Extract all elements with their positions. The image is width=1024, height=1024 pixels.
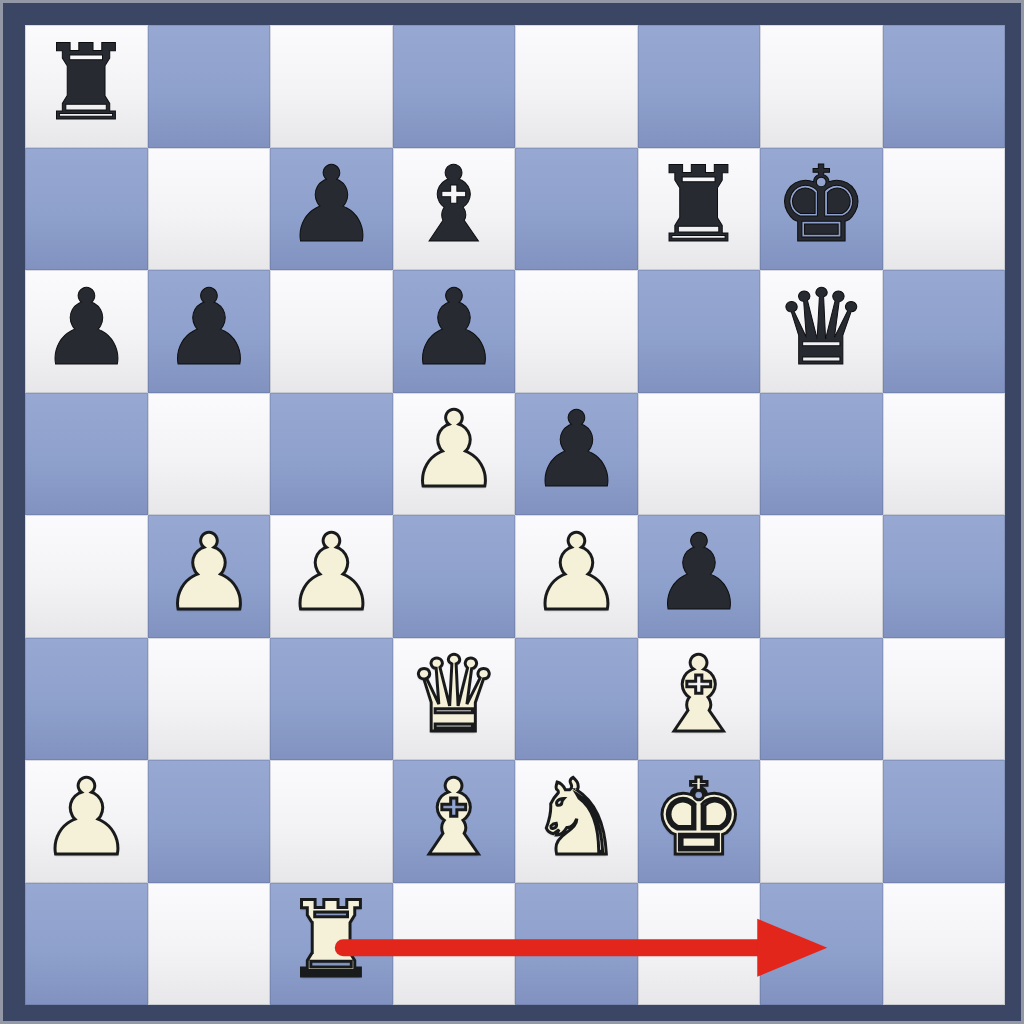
square-g2[interactable] xyxy=(760,760,883,883)
square-a4[interactable] xyxy=(25,515,148,638)
square-c1[interactable]: ♜ xyxy=(270,883,393,1006)
square-a1[interactable] xyxy=(25,883,148,1006)
square-c4[interactable]: ♟ xyxy=(270,515,393,638)
square-g4[interactable] xyxy=(760,515,883,638)
square-c2[interactable] xyxy=(270,760,393,883)
white-pawn-e4[interactable]: ♟ xyxy=(529,521,623,626)
square-b2[interactable] xyxy=(148,760,271,883)
black-queen-g6[interactable]: ♛ xyxy=(774,276,868,381)
black-pawn-c7[interactable]: ♟ xyxy=(284,153,378,258)
square-c5[interactable] xyxy=(270,393,393,516)
square-h6[interactable] xyxy=(883,270,1006,393)
square-f3[interactable]: ♝ xyxy=(638,638,761,761)
square-g5[interactable] xyxy=(760,393,883,516)
square-b7[interactable] xyxy=(148,148,271,271)
square-f2[interactable]: ♚ xyxy=(638,760,761,883)
square-f8[interactable] xyxy=(638,25,761,148)
white-pawn-b4[interactable]: ♟ xyxy=(162,521,256,626)
square-h8[interactable] xyxy=(883,25,1006,148)
black-rook-a8[interactable]: ♜ xyxy=(39,31,133,136)
square-h4[interactable] xyxy=(883,515,1006,638)
white-pawn-a2[interactable]: ♟ xyxy=(39,766,133,871)
black-pawn-d6[interactable]: ♟ xyxy=(407,276,501,381)
board-frame: ♜♟♝♜♚♟♟♟♛♟♟♟♟♟♟♛♝♟♝♞♚♜ xyxy=(0,0,1024,1024)
square-f7[interactable]: ♜ xyxy=(638,148,761,271)
square-b3[interactable] xyxy=(148,638,271,761)
square-a8[interactable]: ♜ xyxy=(25,25,148,148)
square-d1[interactable] xyxy=(393,883,516,1006)
square-f5[interactable] xyxy=(638,393,761,516)
square-g6[interactable]: ♛ xyxy=(760,270,883,393)
square-g7[interactable]: ♚ xyxy=(760,148,883,271)
black-king-g7[interactable]: ♚ xyxy=(774,153,868,258)
square-b5[interactable] xyxy=(148,393,271,516)
square-h7[interactable] xyxy=(883,148,1006,271)
square-d4[interactable] xyxy=(393,515,516,638)
white-knight-e2[interactable]: ♞ xyxy=(529,766,623,871)
square-e4[interactable]: ♟ xyxy=(515,515,638,638)
square-a3[interactable] xyxy=(25,638,148,761)
square-e3[interactable] xyxy=(515,638,638,761)
square-d3[interactable]: ♛ xyxy=(393,638,516,761)
white-queen-d3[interactable]: ♛ xyxy=(407,643,501,748)
square-f6[interactable] xyxy=(638,270,761,393)
black-rook-f7[interactable]: ♜ xyxy=(652,153,746,258)
square-b4[interactable]: ♟ xyxy=(148,515,271,638)
square-c8[interactable] xyxy=(270,25,393,148)
square-e5[interactable]: ♟ xyxy=(515,393,638,516)
square-e2[interactable]: ♞ xyxy=(515,760,638,883)
square-h3[interactable] xyxy=(883,638,1006,761)
square-a2[interactable]: ♟ xyxy=(25,760,148,883)
square-b1[interactable] xyxy=(148,883,271,1006)
square-f1[interactable] xyxy=(638,883,761,1006)
square-d7[interactable]: ♝ xyxy=(393,148,516,271)
square-e8[interactable] xyxy=(515,25,638,148)
square-d8[interactable] xyxy=(393,25,516,148)
square-b8[interactable] xyxy=(148,25,271,148)
black-pawn-f4[interactable]: ♟ xyxy=(652,521,746,626)
square-b6[interactable]: ♟ xyxy=(148,270,271,393)
square-d5[interactable]: ♟ xyxy=(393,393,516,516)
square-g3[interactable] xyxy=(760,638,883,761)
square-h2[interactable] xyxy=(883,760,1006,883)
square-c3[interactable] xyxy=(270,638,393,761)
square-f4[interactable]: ♟ xyxy=(638,515,761,638)
square-g8[interactable] xyxy=(760,25,883,148)
square-a6[interactable]: ♟ xyxy=(25,270,148,393)
square-e1[interactable] xyxy=(515,883,638,1006)
black-pawn-b6[interactable]: ♟ xyxy=(162,276,256,381)
square-g1[interactable] xyxy=(760,883,883,1006)
chess-board: ♜♟♝♜♚♟♟♟♛♟♟♟♟♟♟♛♝♟♝♞♚♜ xyxy=(25,25,1005,1005)
black-pawn-e5[interactable]: ♟ xyxy=(529,398,623,503)
white-rook-c1[interactable]: ♜ xyxy=(284,888,378,993)
black-pawn-a6[interactable]: ♟ xyxy=(39,276,133,381)
white-pawn-d5[interactable]: ♟ xyxy=(407,398,501,503)
square-e7[interactable] xyxy=(515,148,638,271)
square-c7[interactable]: ♟ xyxy=(270,148,393,271)
white-bishop-f3[interactable]: ♝ xyxy=(652,643,746,748)
white-pawn-c4[interactable]: ♟ xyxy=(284,521,378,626)
black-bishop-d7[interactable]: ♝ xyxy=(407,153,501,258)
square-h5[interactable] xyxy=(883,393,1006,516)
square-e6[interactable] xyxy=(515,270,638,393)
white-king-f2[interactable]: ♚ xyxy=(652,766,746,871)
white-bishop-d2[interactable]: ♝ xyxy=(407,766,501,871)
square-d2[interactable]: ♝ xyxy=(393,760,516,883)
square-d6[interactable]: ♟ xyxy=(393,270,516,393)
square-a7[interactable] xyxy=(25,148,148,271)
square-a5[interactable] xyxy=(25,393,148,516)
square-c6[interactable] xyxy=(270,270,393,393)
square-h1[interactable] xyxy=(883,883,1006,1006)
